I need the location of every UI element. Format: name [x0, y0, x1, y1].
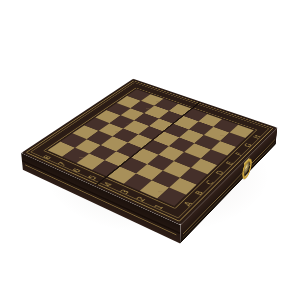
rook-icon: ♜ [58, 133, 72, 152]
pawn-icon: ♟ [98, 127, 109, 142]
pawn-icon: ♟ [86, 135, 97, 150]
product-photo: 87654321 ABCDEFGH ♜♞♝♛♚♝♞♜♟♟♟♟♟♟♟♟♟♟♟♟♟♟… [0, 0, 300, 300]
pawn-icon: ♟ [151, 89, 161, 103]
scene: 87654321 ABCDEFGH ♜♞♝♛♚♝♞♜♟♟♟♟♟♟♟♟♟♟♟♟♟♟… [0, 0, 300, 300]
pawn-icon: ♟ [141, 96, 151, 110]
pawn-icon: ♟ [153, 177, 165, 194]
pawn-icon: ♟ [74, 144, 85, 160]
board-face: 87654321 ABCDEFGH ♜♞♝♛♚♝♞♜♟♟♟♟♟♟♟♟♟♟♟♟♟♟… [21, 79, 277, 225]
pawn-icon: ♟ [120, 111, 130, 125]
chess-box: 87654321 ABCDEFGH ♜♞♝♛♚♝♞♜♟♟♟♟♟♟♟♟♟♟♟♟♟♟… [21, 79, 277, 225]
rook-icon: ♜ [169, 179, 184, 201]
pawn-icon: ♟ [131, 103, 141, 117]
pawn-icon: ♟ [110, 119, 121, 134]
